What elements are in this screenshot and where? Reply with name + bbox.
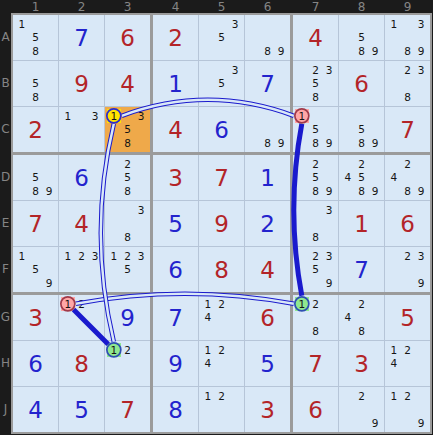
candidate-F7-2: 2 [309, 249, 323, 263]
cell-E1[interactable]: 7 [13, 201, 58, 246]
cell-E7[interactable]: 38 [293, 201, 338, 246]
empty-mark [309, 276, 323, 290]
cell-C1[interactable]: 2 [13, 107, 58, 152]
empty-mark [42, 44, 56, 58]
cell-J9[interactable]: 129 [385, 387, 430, 432]
candidate-F9-2: 2 [401, 249, 415, 263]
empty-mark [295, 217, 309, 231]
empty-mark [295, 311, 309, 325]
empty-mark [134, 136, 148, 150]
empty-mark [368, 123, 382, 137]
empty-mark [414, 357, 428, 371]
empty-mark [247, 123, 261, 137]
empty-mark [341, 297, 355, 311]
candidates-F3: 1235 [107, 249, 148, 290]
value-C9: 7 [385, 107, 430, 152]
candidate-F2-2: 2 [75, 249, 89, 263]
empty-mark [341, 44, 355, 58]
cell-C6[interactable]: 89 [245, 107, 290, 152]
candidate-H3-2: 2 [121, 343, 135, 357]
cell-B7[interactable]: 2358 [293, 61, 338, 106]
cell-F9[interactable]: 239 [385, 247, 430, 292]
cell-D2[interactable]: 6 [59, 155, 104, 200]
empty-mark [215, 357, 229, 371]
empty-mark [121, 217, 135, 231]
empty-mark [368, 297, 382, 311]
candidates-J5: 12 [201, 389, 242, 430]
candidate-F1-1: 1 [15, 249, 29, 263]
cell-G1[interactable]: 3 [13, 295, 58, 340]
empty-mark [368, 403, 382, 417]
empty-mark [247, 109, 261, 123]
empty-mark [295, 123, 309, 137]
empty-mark [201, 17, 215, 31]
col-label-2: 2 [59, 0, 104, 13]
empty-mark [368, 171, 382, 185]
cell-D7[interactable]: 2589 [293, 155, 338, 200]
empty-mark [15, 90, 29, 104]
cell-A6[interactable]: 89 [245, 15, 290, 60]
empty-mark [414, 157, 428, 171]
candidates-E3: 38 [107, 203, 148, 244]
empty-mark [322, 217, 336, 231]
candidates-C2: 13 [61, 109, 102, 150]
cell-C2[interactable]: 13 [59, 107, 104, 152]
candidate-G5-2: 2 [215, 297, 229, 311]
empty-mark [247, 31, 261, 45]
candidate-B7-5: 5 [309, 77, 323, 91]
candidate-D8-9: 9 [368, 184, 382, 198]
empty-mark [121, 109, 135, 123]
empty-mark [134, 157, 148, 171]
value-H8: 3 [339, 341, 384, 386]
empty-mark [201, 90, 215, 104]
value-A2: 7 [59, 15, 104, 60]
value-B6: 7 [245, 61, 290, 106]
empty-mark [107, 123, 121, 137]
cell-G8[interactable]: 248 [339, 295, 384, 340]
empty-mark [15, 184, 29, 198]
cell-J5[interactable]: 12 [199, 387, 244, 432]
value-E8: 1 [339, 201, 384, 246]
candidate-C3-5: 5 [121, 123, 135, 137]
empty-mark [88, 311, 102, 325]
cell-J4[interactable]: 8 [153, 387, 198, 432]
cell-A4[interactable]: 2 [153, 15, 198, 60]
candidate-H9-4: 4 [387, 357, 401, 371]
value-G1: 3 [13, 295, 58, 340]
candidates-E7: 38 [295, 203, 336, 244]
value-B3: 4 [105, 61, 150, 106]
empty-mark [228, 357, 242, 371]
candidates-B1: 58 [15, 63, 56, 104]
empty-mark [42, 90, 56, 104]
cell-J3[interactable]: 7 [105, 387, 150, 432]
candidate-G7-1: 1 [295, 297, 309, 311]
empty-mark [355, 17, 369, 31]
empty-mark [387, 90, 401, 104]
cell-D3[interactable]: 258 [105, 155, 150, 200]
candidate-J8-2: 2 [355, 389, 369, 403]
empty-mark [295, 184, 309, 198]
cell-F4[interactable]: 6 [153, 247, 198, 292]
candidate-C3-1: 1 [107, 109, 121, 123]
empty-mark [134, 276, 148, 290]
candidate-D7-2: 2 [309, 157, 323, 171]
candidate-D7-9: 9 [322, 184, 336, 198]
candidate-A9-9: 9 [414, 44, 428, 58]
cell-B4[interactable]: 1 [153, 61, 198, 106]
empty-mark [88, 263, 102, 277]
cell-A7[interactable]: 4 [293, 15, 338, 60]
empty-mark [88, 136, 102, 150]
empty-mark [75, 324, 89, 338]
empty-mark [29, 157, 43, 171]
empty-mark [15, 171, 29, 185]
empty-mark [274, 31, 288, 45]
cell-A2[interactable]: 7 [59, 15, 104, 60]
candidate-E3-3: 3 [134, 203, 148, 217]
empty-mark [201, 63, 215, 77]
cell-C8[interactable]: 589 [339, 107, 384, 152]
empty-mark [215, 311, 229, 325]
empty-mark [42, 63, 56, 77]
empty-mark [368, 109, 382, 123]
cell-A5[interactable]: 35 [199, 15, 244, 60]
cell-G6[interactable]: 6 [245, 295, 290, 340]
cell-H7[interactable]: 7 [293, 341, 338, 386]
row-label-C: C [0, 107, 11, 152]
empty-mark [295, 276, 309, 290]
cell-C9[interactable]: 7 [385, 107, 430, 152]
value-H6: 5 [245, 341, 290, 386]
cell-H3[interactable]: 12 [105, 341, 150, 386]
empty-mark [401, 77, 415, 91]
cell-H5[interactable]: 124 [199, 341, 244, 386]
empty-mark [341, 17, 355, 31]
cell-B5[interactable]: 35 [199, 61, 244, 106]
cell-G3[interactable]: 9 [105, 295, 150, 340]
empty-mark [295, 171, 309, 185]
candidates-G2: 12 [61, 297, 102, 338]
empty-mark [341, 109, 355, 123]
candidate-H5-2: 2 [215, 343, 229, 357]
empty-mark [295, 90, 309, 104]
empty-mark [368, 311, 382, 325]
cell-C3[interactable]: 1358 [105, 107, 150, 152]
value-E4: 5 [153, 201, 198, 246]
candidate-H3-1: 1 [107, 343, 121, 357]
cell-E4[interactable]: 5 [153, 201, 198, 246]
value-B4: 1 [153, 61, 198, 106]
col-label-6: 6 [245, 0, 290, 13]
sudoku-app: 1587623589458913895894135723586238213135… [0, 0, 433, 435]
candidates-H3: 12 [107, 343, 148, 384]
candidates-H9: 124 [387, 343, 428, 384]
empty-mark [387, 157, 401, 171]
candidate-G7-2: 2 [309, 297, 323, 311]
empty-mark [414, 77, 428, 91]
empty-mark [341, 403, 355, 417]
cell-G4[interactable]: 7 [153, 295, 198, 340]
cell-H2[interactable]: 8 [59, 341, 104, 386]
value-J2: 5 [59, 387, 104, 432]
candidate-B9-2: 2 [401, 63, 415, 77]
candidates-A1: 158 [15, 17, 56, 58]
empty-mark [134, 263, 148, 277]
empty-mark [61, 311, 75, 325]
candidates-D3: 258 [107, 157, 148, 198]
candidate-J5-2: 2 [215, 389, 229, 403]
empty-mark [61, 276, 75, 290]
empty-mark [107, 136, 121, 150]
candidate-D8-5: 5 [355, 171, 369, 185]
empty-mark [355, 311, 369, 325]
empty-mark [414, 343, 428, 357]
empty-mark [29, 63, 43, 77]
empty-mark [228, 90, 242, 104]
row-label-J: J [0, 387, 11, 432]
candidate-G8-4: 4 [341, 311, 355, 325]
empty-mark [368, 31, 382, 45]
cell-B8[interactable]: 6 [339, 61, 384, 106]
cell-B9[interactable]: 238 [385, 61, 430, 106]
empty-mark [121, 357, 135, 371]
candidate-F3-2: 2 [121, 249, 135, 263]
cell-H6[interactable]: 5 [245, 341, 290, 386]
cell-A9[interactable]: 1389 [385, 15, 430, 60]
row-label-E: E [0, 201, 11, 246]
empty-mark [107, 263, 121, 277]
candidate-C2-3: 3 [88, 109, 102, 123]
empty-mark [42, 249, 56, 263]
cell-H1[interactable]: 6 [13, 341, 58, 386]
empty-mark [107, 171, 121, 185]
candidate-B1-8: 8 [29, 90, 43, 104]
value-J6: 3 [245, 387, 290, 432]
empty-mark [401, 17, 415, 31]
empty-mark [134, 123, 148, 137]
candidate-G7-8: 8 [309, 324, 323, 338]
empty-mark [75, 311, 89, 325]
cell-B3[interactable]: 4 [105, 61, 150, 106]
empty-mark [107, 276, 121, 290]
empty-mark [401, 276, 415, 290]
cell-B2[interactable]: 9 [59, 61, 104, 106]
empty-mark [88, 276, 102, 290]
cell-G5[interactable]: 124 [199, 295, 244, 340]
candidates-G5: 124 [201, 297, 242, 338]
candidate-C6-8: 8 [261, 136, 275, 150]
candidates-G8: 248 [341, 297, 382, 338]
candidate-D9-4: 4 [387, 171, 401, 185]
candidate-D3-5: 5 [121, 171, 135, 185]
cell-C7[interactable]: 1589 [293, 107, 338, 152]
empty-mark [322, 311, 336, 325]
empty-mark [247, 136, 261, 150]
empty-mark [295, 230, 309, 244]
empty-mark [401, 416, 415, 430]
candidate-A1-8: 8 [29, 44, 43, 58]
empty-mark [215, 90, 229, 104]
cell-A8[interactable]: 589 [339, 15, 384, 60]
candidate-D9-2: 2 [401, 157, 415, 171]
candidate-B5-5: 5 [215, 77, 229, 91]
candidate-C7-1: 1 [295, 109, 309, 123]
empty-mark [261, 123, 275, 137]
empty-mark [387, 276, 401, 290]
cell-E9[interactable]: 6 [385, 201, 430, 246]
empty-mark [215, 17, 229, 31]
empty-mark [261, 109, 275, 123]
empty-mark [215, 416, 229, 430]
candidate-B7-8: 8 [309, 90, 323, 104]
col-label-7: 7 [293, 0, 338, 13]
candidate-E7-3: 3 [322, 203, 336, 217]
empty-mark [215, 324, 229, 338]
candidate-C8-8: 8 [355, 136, 369, 150]
cell-E5[interactable]: 9 [199, 201, 244, 246]
empty-mark [322, 171, 336, 185]
empty-mark [42, 31, 56, 45]
value-E2: 4 [59, 201, 104, 246]
cell-F5[interactable]: 8 [199, 247, 244, 292]
candidates-F1: 159 [15, 249, 56, 290]
empty-mark [341, 157, 355, 171]
cell-J2[interactable]: 5 [59, 387, 104, 432]
empty-mark [15, 77, 29, 91]
cell-G7[interactable]: 128 [293, 295, 338, 340]
cell-D8[interactable]: 24589 [339, 155, 384, 200]
empty-mark [107, 157, 121, 171]
row-label-D: D [0, 155, 11, 200]
cell-D5[interactable]: 7 [199, 155, 244, 200]
empty-mark [15, 157, 29, 171]
empty-mark [121, 203, 135, 217]
empty-mark [134, 357, 148, 371]
empty-mark [215, 44, 229, 58]
cell-E8[interactable]: 1 [339, 201, 384, 246]
empty-mark [387, 44, 401, 58]
empty-mark [134, 184, 148, 198]
value-C5: 6 [199, 107, 244, 152]
cell-B1[interactable]: 58 [13, 61, 58, 106]
empty-mark [15, 31, 29, 45]
value-F5: 8 [199, 247, 244, 292]
empty-mark [387, 77, 401, 91]
empty-mark [295, 77, 309, 91]
cell-D4[interactable]: 3 [153, 155, 198, 200]
cell-H4[interactable]: 9 [153, 341, 198, 386]
empty-mark [341, 324, 355, 338]
cell-H9[interactable]: 124 [385, 341, 430, 386]
empty-mark [107, 357, 121, 371]
empty-mark [414, 90, 428, 104]
cell-F3[interactable]: 1235 [105, 247, 150, 292]
candidate-F7-9: 9 [322, 276, 336, 290]
cell-E2[interactable]: 4 [59, 201, 104, 246]
candidate-C7-8: 8 [309, 136, 323, 150]
empty-mark [414, 403, 428, 417]
empty-mark [75, 263, 89, 277]
empty-mark [134, 370, 148, 384]
empty-mark [42, 17, 56, 31]
empty-mark [261, 31, 275, 45]
cell-E6[interactable]: 2 [245, 201, 290, 246]
empty-mark [274, 109, 288, 123]
cell-F8[interactable]: 7 [339, 247, 384, 292]
cell-C4[interactable]: 4 [153, 107, 198, 152]
candidate-F1-5: 5 [29, 263, 43, 277]
value-F8: 7 [339, 247, 384, 292]
empty-mark [15, 63, 29, 77]
empty-mark [341, 416, 355, 430]
cell-F1[interactable]: 159 [13, 247, 58, 292]
cell-F7[interactable]: 2359 [293, 247, 338, 292]
empty-mark [42, 263, 56, 277]
cell-F2[interactable]: 123 [59, 247, 104, 292]
cell-D6[interactable]: 1 [245, 155, 290, 200]
cell-C5[interactable]: 6 [199, 107, 244, 152]
candidate-F9-3: 3 [414, 249, 428, 263]
cell-D1[interactable]: 589 [13, 155, 58, 200]
empty-mark [341, 136, 355, 150]
empty-mark [295, 203, 309, 217]
empty-mark [61, 263, 75, 277]
cell-J7[interactable]: 6 [293, 387, 338, 432]
cell-F6[interactable]: 4 [245, 247, 290, 292]
candidate-A9-8: 8 [401, 44, 415, 58]
empty-mark [61, 136, 75, 150]
candidate-H5-4: 4 [201, 357, 215, 371]
candidate-G8-2: 2 [355, 297, 369, 311]
candidates-F7: 2359 [295, 249, 336, 290]
candidate-A1-1: 1 [15, 17, 29, 31]
candidate-D9-8: 8 [401, 184, 415, 198]
candidate-A9-1: 1 [387, 17, 401, 31]
cell-D9[interactable]: 2489 [385, 155, 430, 200]
empty-mark [295, 324, 309, 338]
cell-H8[interactable]: 3 [339, 341, 384, 386]
empty-mark [61, 123, 75, 137]
empty-mark [15, 44, 29, 58]
candidate-G8-8: 8 [355, 324, 369, 338]
cell-E3[interactable]: 38 [105, 201, 150, 246]
cell-B6[interactable]: 7 [245, 61, 290, 106]
empty-mark [201, 31, 215, 45]
empty-mark [309, 217, 323, 231]
candidate-B7-2: 2 [309, 63, 323, 77]
empty-mark [414, 370, 428, 384]
candidate-F3-3: 3 [134, 249, 148, 263]
cell-J6[interactable]: 3 [245, 387, 290, 432]
candidates-D9: 2489 [387, 157, 428, 198]
empty-mark [134, 171, 148, 185]
candidate-G5-1: 1 [201, 297, 215, 311]
candidate-J5-1: 1 [201, 389, 215, 403]
cell-G2[interactable]: 12 [59, 295, 104, 340]
empty-mark [107, 230, 121, 244]
empty-mark [387, 31, 401, 45]
cell-G9[interactable]: 5 [385, 295, 430, 340]
candidate-B1-5: 5 [29, 77, 43, 91]
value-H4: 9 [153, 341, 198, 386]
value-E5: 9 [199, 201, 244, 246]
cell-J8[interactable]: 29 [339, 387, 384, 432]
cell-A3[interactable]: 6 [105, 15, 150, 60]
cell-J1[interactable]: 4 [13, 387, 58, 432]
cell-A1[interactable]: 158 [13, 15, 58, 60]
